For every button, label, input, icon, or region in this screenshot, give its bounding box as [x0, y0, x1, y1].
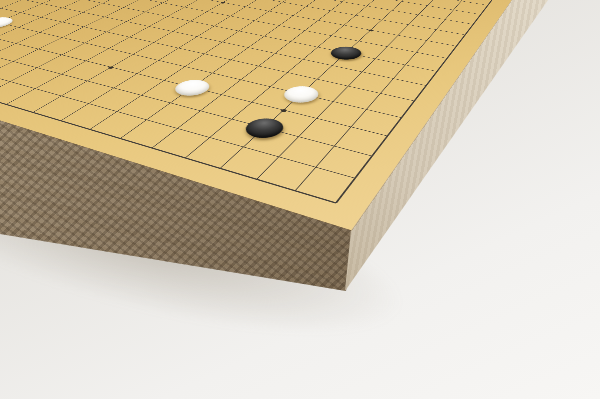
scene	[0, 0, 600, 399]
go-board-photo	[0, 0, 600, 399]
